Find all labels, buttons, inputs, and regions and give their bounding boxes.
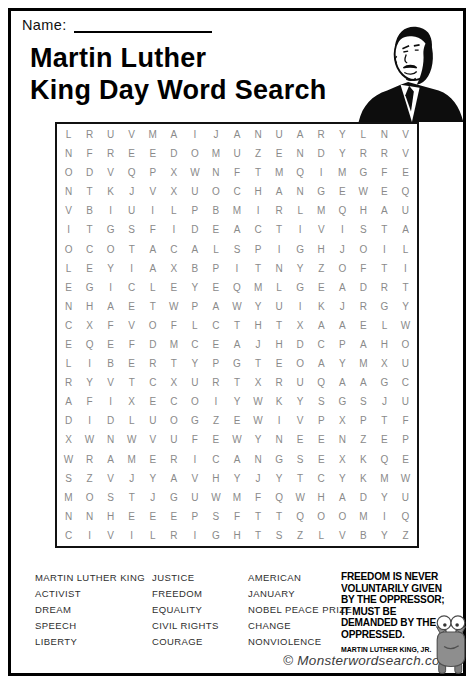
grid-cell-r7c14[interactable]: J xyxy=(332,240,353,259)
grid-cell-r20c1[interactable]: M xyxy=(58,488,79,507)
grid-cell-r22c7[interactable]: I xyxy=(184,526,205,545)
grid-cell-r15c1[interactable]: A xyxy=(58,392,79,411)
grid-cell-r5c1[interactable]: V xyxy=(58,201,79,220)
grid-cell-r3c17[interactable]: E xyxy=(395,163,416,182)
grid-cell-r12c17[interactable]: O xyxy=(395,335,416,354)
grid-cell-r22c3[interactable]: V xyxy=(100,526,121,545)
grid-cell-r13c17[interactable]: U xyxy=(395,354,416,373)
grid-cell-r15c2[interactable]: F xyxy=(79,392,100,411)
grid-cell-r15c4[interactable]: X xyxy=(121,392,142,411)
grid-cell-r9c4[interactable]: C xyxy=(121,278,142,297)
grid-cell-r15c11[interactable]: K xyxy=(269,392,290,411)
grid-cell-r19c3[interactable]: V xyxy=(100,469,121,488)
grid-cell-r11c16[interactable]: L xyxy=(374,316,395,335)
grid-cell-r11c14[interactable]: A xyxy=(332,316,353,335)
grid-cell-r2c2[interactable]: F xyxy=(79,144,100,163)
grid-cell-r19c10[interactable]: J xyxy=(248,469,269,488)
grid-cell-r2c1[interactable]: N xyxy=(58,144,79,163)
grid-cell-r19c5[interactable]: Y xyxy=(142,469,163,488)
grid-cell-r13c5[interactable]: R xyxy=(142,354,163,373)
grid-cell-r8c12[interactable]: Y xyxy=(290,259,311,278)
grid-cell-r2c6[interactable]: D xyxy=(163,144,184,163)
grid-cell-r22c15[interactable]: B xyxy=(353,526,374,545)
grid-cell-r5c3[interactable]: I xyxy=(100,201,121,220)
grid-cell-r13c6[interactable]: T xyxy=(163,354,184,373)
grid-cell-r6c11[interactable]: T xyxy=(269,220,290,239)
grid-cell-r18c12[interactable]: S xyxy=(290,450,311,469)
grid-cell-r22c10[interactable]: T xyxy=(248,526,269,545)
grid-cell-r5c11[interactable]: R xyxy=(269,201,290,220)
grid-cell-r19c16[interactable]: M xyxy=(374,469,395,488)
grid-cell-r1c14[interactable]: Y xyxy=(332,125,353,144)
grid-cell-r22c13[interactable]: L xyxy=(311,526,332,545)
grid-cell-r10c7[interactable]: P xyxy=(184,297,205,316)
grid-cell-r11c17[interactable]: W xyxy=(395,316,416,335)
grid-cell-r21c6[interactable]: E xyxy=(163,507,184,526)
grid-cell-r16c6[interactable]: O xyxy=(163,411,184,430)
grid-cell-r16c16[interactable]: T xyxy=(374,411,395,430)
grid-cell-r21c1[interactable]: N xyxy=(58,507,79,526)
grid-cell-r10c10[interactable]: Y xyxy=(248,297,269,316)
grid-cell-r10c13[interactable]: K xyxy=(311,297,332,316)
grid-cell-r21c11[interactable]: T xyxy=(269,507,290,526)
grid-cell-r17c1[interactable]: X xyxy=(58,430,79,449)
grid-cell-r19c13[interactable]: C xyxy=(311,469,332,488)
grid-cell-r7c1[interactable]: O xyxy=(58,240,79,259)
grid-cell-r19c17[interactable]: W xyxy=(395,469,416,488)
grid-cell-r17c9[interactable]: W xyxy=(226,430,247,449)
grid-cell-r14c10[interactable]: X xyxy=(248,373,269,392)
grid-cell-r6c6[interactable]: I xyxy=(163,220,184,239)
grid-cell-r7c2[interactable]: C xyxy=(79,240,100,259)
grid-cell-r18c10[interactable]: N xyxy=(248,450,269,469)
grid-cell-r9c3[interactable]: I xyxy=(100,278,121,297)
grid-cell-r4c4[interactable]: J xyxy=(121,182,142,201)
grid-cell-r2c9[interactable]: U xyxy=(226,144,247,163)
grid-cell-r14c1[interactable]: R xyxy=(58,373,79,392)
grid-cell-r19c14[interactable]: Y xyxy=(332,469,353,488)
grid-cell-r12c7[interactable]: C xyxy=(184,335,205,354)
grid-cell-r15c9[interactable]: Y xyxy=(226,392,247,411)
grid-cell-r18c4[interactable]: M xyxy=(121,450,142,469)
grid-cell-r4c7[interactable]: U xyxy=(184,182,205,201)
grid-cell-r12c1[interactable]: E xyxy=(58,335,79,354)
grid-cell-r9c14[interactable]: A xyxy=(332,278,353,297)
grid-cell-r21c3[interactable]: H xyxy=(100,507,121,526)
grid-cell-r2c4[interactable]: E xyxy=(121,144,142,163)
grid-cell-r1c7[interactable]: I xyxy=(184,125,205,144)
grid-cell-r6c5[interactable]: F xyxy=(142,220,163,239)
grid-cell-r8c4[interactable]: I xyxy=(121,259,142,278)
grid-cell-r8c2[interactable]: E xyxy=(79,259,100,278)
grid-cell-r12c15[interactable]: A xyxy=(353,335,374,354)
grid-cell-r8c5[interactable]: A xyxy=(142,259,163,278)
grid-cell-r9c10[interactable]: M xyxy=(248,278,269,297)
grid-cell-r15c6[interactable]: C xyxy=(163,392,184,411)
grid-cell-r6c1[interactable]: I xyxy=(58,220,79,239)
grid-cell-r6c7[interactable]: D xyxy=(184,220,205,239)
grid-cell-r14c16[interactable]: G xyxy=(374,373,395,392)
grid-cell-r9c17[interactable]: T xyxy=(395,278,416,297)
grid-cell-r10c12[interactable]: I xyxy=(290,297,311,316)
grid-cell-r3c14[interactable]: M xyxy=(332,163,353,182)
grid-cell-r2c13[interactable]: D xyxy=(311,144,332,163)
grid-cell-r17c6[interactable]: U xyxy=(163,430,184,449)
grid-cell-r12c6[interactable]: M xyxy=(163,335,184,354)
grid-cell-r20c2[interactable]: O xyxy=(79,488,100,507)
grid-cell-r9c15[interactable]: D xyxy=(353,278,374,297)
grid-cell-r6c9[interactable]: A xyxy=(226,220,247,239)
grid-cell-r9c11[interactable]: L xyxy=(269,278,290,297)
grid-cell-r1c12[interactable]: A xyxy=(290,125,311,144)
grid-cell-r15c12[interactable]: Y xyxy=(290,392,311,411)
grid-cell-r15c17[interactable]: U xyxy=(395,392,416,411)
grid-cell-r12c10[interactable]: J xyxy=(248,335,269,354)
grid-cell-r1c3[interactable]: U xyxy=(100,125,121,144)
grid-cell-r13c14[interactable]: Y xyxy=(332,354,353,373)
grid-cell-r6c10[interactable]: C xyxy=(248,220,269,239)
grid-cell-r14c3[interactable]: V xyxy=(100,373,121,392)
grid-cell-r14c4[interactable]: T xyxy=(121,373,142,392)
grid-cell-r2c16[interactable]: R xyxy=(374,144,395,163)
grid-cell-r20c4[interactable]: T xyxy=(121,488,142,507)
grid-cell-r14c5[interactable]: C xyxy=(142,373,163,392)
grid-cell-r16c12[interactable]: V xyxy=(290,411,311,430)
grid-cell-r20c17[interactable]: U xyxy=(395,488,416,507)
grid-cell-r11c6[interactable]: F xyxy=(163,316,184,335)
grid-cell-r15c15[interactable]: S xyxy=(353,392,374,411)
grid-cell-r21c7[interactable]: P xyxy=(184,507,205,526)
grid-cell-r1c6[interactable]: A xyxy=(163,125,184,144)
grid-cell-r7c8[interactable]: L xyxy=(205,240,226,259)
grid-cell-r2c8[interactable]: M xyxy=(205,144,226,163)
grid-cell-r16c2[interactable]: I xyxy=(79,411,100,430)
grid-cell-r18c6[interactable]: R xyxy=(163,450,184,469)
grid-cell-r21c5[interactable]: E xyxy=(142,507,163,526)
grid-cell-r20c14[interactable]: A xyxy=(332,488,353,507)
grid-cell-r21c14[interactable]: O xyxy=(332,507,353,526)
grid-cell-r3c12[interactable]: Q xyxy=(290,163,311,182)
grid-cell-r5c14[interactable]: Q xyxy=(332,201,353,220)
grid-cell-r15c5[interactable]: E xyxy=(142,392,163,411)
grid-cell-r14c2[interactable]: Y xyxy=(79,373,100,392)
grid-cell-r19c9[interactable]: Y xyxy=(226,469,247,488)
grid-cell-r16c3[interactable]: D xyxy=(100,411,121,430)
grid-cell-r1c4[interactable]: V xyxy=(121,125,142,144)
grid-cell-r15c10[interactable]: W xyxy=(248,392,269,411)
grid-cell-r9c9[interactable]: Q xyxy=(226,278,247,297)
grid-cell-r19c11[interactable]: Y xyxy=(269,469,290,488)
grid-cell-r11c10[interactable]: H xyxy=(248,316,269,335)
grid-cell-r22c16[interactable]: Y xyxy=(374,526,395,545)
grid-cell-r2c5[interactable]: E xyxy=(142,144,163,163)
grid-cell-r1c8[interactable]: J xyxy=(205,125,226,144)
grid-cell-r14c7[interactable]: U xyxy=(184,373,205,392)
grid-cell-r8c17[interactable]: I xyxy=(395,259,416,278)
grid-cell-r20c5[interactable]: J xyxy=(142,488,163,507)
grid-cell-r8c14[interactable]: O xyxy=(332,259,353,278)
grid-cell-r8c13[interactable]: Z xyxy=(311,259,332,278)
grid-cell-r17c3[interactable]: N xyxy=(100,430,121,449)
grid-cell-r7c9[interactable]: S xyxy=(226,240,247,259)
grid-cell-r20c13[interactable]: H xyxy=(311,488,332,507)
grid-cell-r4c11[interactable]: A xyxy=(269,182,290,201)
grid-cell-r13c7[interactable]: Y xyxy=(184,354,205,373)
grid-cell-r7c10[interactable]: P xyxy=(248,240,269,259)
grid-cell-r2c17[interactable]: V xyxy=(395,144,416,163)
grid-cell-r22c14[interactable]: V xyxy=(332,526,353,545)
grid-cell-r17c17[interactable]: P xyxy=(395,430,416,449)
grid-cell-r13c2[interactable]: I xyxy=(79,354,100,373)
grid-cell-r16c9[interactable]: E xyxy=(226,411,247,430)
grid-cell-r3c11[interactable]: M xyxy=(269,163,290,182)
grid-cell-r21c4[interactable]: E xyxy=(121,507,142,526)
grid-cell-r11c8[interactable]: C xyxy=(205,316,226,335)
grid-cell-r16c1[interactable]: D xyxy=(58,411,79,430)
grid-cell-r3c3[interactable]: V xyxy=(100,163,121,182)
grid-cell-r1c1[interactable]: L xyxy=(58,125,79,144)
grid-cell-r1c10[interactable]: N xyxy=(248,125,269,144)
grid-cell-r6c14[interactable]: I xyxy=(332,220,353,239)
grid-cell-r3c5[interactable]: P xyxy=(142,163,163,182)
grid-cell-r3c1[interactable]: O xyxy=(58,163,79,182)
grid-cell-r21c12[interactable]: Q xyxy=(290,507,311,526)
grid-cell-r15c13[interactable]: S xyxy=(311,392,332,411)
grid-cell-r12c4[interactable]: F xyxy=(121,335,142,354)
grid-cell-r22c9[interactable]: H xyxy=(226,526,247,545)
grid-cell-r20c15[interactable]: D xyxy=(353,488,374,507)
grid-cell-r7c7[interactable]: A xyxy=(184,240,205,259)
grid-cell-r17c7[interactable]: F xyxy=(184,430,205,449)
grid-cell-r14c17[interactable]: C xyxy=(395,373,416,392)
grid-cell-r12c14[interactable]: P xyxy=(332,335,353,354)
grid-cell-r11c13[interactable]: A xyxy=(311,316,332,335)
grid-cell-r6c4[interactable]: S xyxy=(121,220,142,239)
grid-cell-r14c11[interactable]: R xyxy=(269,373,290,392)
grid-cell-r2c11[interactable]: E xyxy=(269,144,290,163)
grid-cell-r7c3[interactable]: O xyxy=(100,240,121,259)
grid-cell-r16c15[interactable]: P xyxy=(353,411,374,430)
grid-cell-r1c9[interactable]: A xyxy=(226,125,247,144)
grid-cell-r8c15[interactable]: F xyxy=(353,259,374,278)
grid-cell-r14c8[interactable]: R xyxy=(205,373,226,392)
grid-cell-r21c2[interactable]: N xyxy=(79,507,100,526)
grid-cell-r5c16[interactable]: A xyxy=(374,201,395,220)
grid-cell-r10c5[interactable]: T xyxy=(142,297,163,316)
grid-cell-r12c3[interactable]: E xyxy=(100,335,121,354)
grid-cell-r10c4[interactable]: E xyxy=(121,297,142,316)
grid-cell-r18c15[interactable]: K xyxy=(353,450,374,469)
grid-cell-r13c16[interactable]: X xyxy=(374,354,395,373)
grid-cell-r22c11[interactable]: S xyxy=(269,526,290,545)
grid-cell-r9c2[interactable]: G xyxy=(79,278,100,297)
grid-cell-r4c3[interactable]: K xyxy=(100,182,121,201)
grid-cell-r13c3[interactable]: B xyxy=(100,354,121,373)
grid-cell-r5c12[interactable]: L xyxy=(290,201,311,220)
grid-cell-r13c9[interactable]: G xyxy=(226,354,247,373)
grid-cell-r13c1[interactable]: L xyxy=(58,354,79,373)
grid-cell-r13c11[interactable]: E xyxy=(269,354,290,373)
grid-cell-r18c3[interactable]: A xyxy=(100,450,121,469)
grid-cell-r12c8[interactable]: E xyxy=(205,335,226,354)
grid-cell-r1c13[interactable]: R xyxy=(311,125,332,144)
grid-cell-r8c9[interactable]: I xyxy=(226,259,247,278)
grid-cell-r19c8[interactable]: H xyxy=(205,469,226,488)
grid-cell-r2c3[interactable]: R xyxy=(100,144,121,163)
grid-cell-r12c16[interactable]: H xyxy=(374,335,395,354)
grid-cell-r1c2[interactable]: R xyxy=(79,125,100,144)
grid-cell-r16c4[interactable]: L xyxy=(121,411,142,430)
grid-cell-r14c13[interactable]: Q xyxy=(311,373,332,392)
grid-cell-r20c3[interactable]: S xyxy=(100,488,121,507)
grid-cell-r7c5[interactable]: A xyxy=(142,240,163,259)
grid-cell-r15c8[interactable]: I xyxy=(205,392,226,411)
name-input-line[interactable] xyxy=(74,16,212,33)
grid-cell-r20c8[interactable]: W xyxy=(205,488,226,507)
grid-cell-r8c11[interactable]: N xyxy=(269,259,290,278)
grid-cell-r19c4[interactable]: J xyxy=(121,469,142,488)
grid-cell-r4c10[interactable]: H xyxy=(248,182,269,201)
grid-cell-r22c5[interactable]: L xyxy=(142,526,163,545)
grid-cell-r10c2[interactable]: H xyxy=(79,297,100,316)
grid-cell-r8c1[interactable]: L xyxy=(58,259,79,278)
grid-cell-r7c4[interactable]: T xyxy=(121,240,142,259)
grid-cell-r19c2[interactable]: Z xyxy=(79,469,100,488)
grid-cell-r1c17[interactable]: V xyxy=(395,125,416,144)
grid-cell-r3c4[interactable]: Q xyxy=(121,163,142,182)
grid-cell-r22c4[interactable]: I xyxy=(121,526,142,545)
grid-cell-r20c9[interactable]: M xyxy=(226,488,247,507)
grid-cell-r15c3[interactable]: I xyxy=(100,392,121,411)
grid-cell-r12c5[interactable]: D xyxy=(142,335,163,354)
grid-cell-r16c17[interactable]: F xyxy=(395,411,416,430)
grid-cell-r11c4[interactable]: V xyxy=(121,316,142,335)
grid-cell-r14c6[interactable]: X xyxy=(163,373,184,392)
grid-cell-r17c5[interactable]: V xyxy=(142,430,163,449)
grid-cell-r3c10[interactable]: T xyxy=(248,163,269,182)
grid-cell-r14c15[interactable]: A xyxy=(353,373,374,392)
grid-cell-r9c12[interactable]: G xyxy=(290,278,311,297)
grid-cell-r5c17[interactable]: U xyxy=(395,201,416,220)
grid-cell-r5c8[interactable]: B xyxy=(205,201,226,220)
grid-cell-r1c5[interactable]: M xyxy=(142,125,163,144)
grid-cell-r19c12[interactable]: T xyxy=(290,469,311,488)
grid-cell-r22c1[interactable]: C xyxy=(58,526,79,545)
grid-cell-r2c7[interactable]: O xyxy=(184,144,205,163)
grid-cell-r22c17[interactable]: Z xyxy=(395,526,416,545)
grid-cell-r6c17[interactable]: A xyxy=(395,220,416,239)
grid-cell-r11c12[interactable]: X xyxy=(290,316,311,335)
grid-cell-r4c17[interactable]: Q xyxy=(395,182,416,201)
grid-cell-r3c13[interactable]: I xyxy=(311,163,332,182)
grid-cell-r15c14[interactable]: G xyxy=(332,392,353,411)
grid-cell-r10c16[interactable]: G xyxy=(374,297,395,316)
grid-cell-r7c15[interactable]: O xyxy=(353,240,374,259)
grid-cell-r12c2[interactable]: Q xyxy=(79,335,100,354)
grid-cell-r13c4[interactable]: E xyxy=(121,354,142,373)
grid-cell-r9c7[interactable]: Y xyxy=(184,278,205,297)
grid-cell-r20c7[interactable]: U xyxy=(184,488,205,507)
grid-cell-r14c14[interactable]: A xyxy=(332,373,353,392)
grid-cell-r18c17[interactable]: E xyxy=(395,450,416,469)
grid-cell-r10c15[interactable]: R xyxy=(353,297,374,316)
grid-cell-r6c15[interactable]: S xyxy=(353,220,374,239)
grid-cell-r17c12[interactable]: E xyxy=(290,430,311,449)
grid-cell-r4c16[interactable]: E xyxy=(374,182,395,201)
grid-cell-r12c9[interactable]: A xyxy=(226,335,247,354)
grid-cell-r14c9[interactable]: T xyxy=(226,373,247,392)
grid-cell-r17c8[interactable]: E xyxy=(205,430,226,449)
grid-cell-r18c13[interactable]: E xyxy=(311,450,332,469)
grid-cell-r17c2[interactable]: W xyxy=(79,430,100,449)
grid-cell-r18c5[interactable]: E xyxy=(142,450,163,469)
grid-cell-r16c8[interactable]: Z xyxy=(205,411,226,430)
grid-cell-r4c1[interactable]: N xyxy=(58,182,79,201)
grid-cell-r11c3[interactable]: F xyxy=(100,316,121,335)
grid-cell-r2c15[interactable]: R xyxy=(353,144,374,163)
grid-cell-r18c7[interactable]: I xyxy=(184,450,205,469)
grid-cell-r20c10[interactable]: F xyxy=(248,488,269,507)
grid-cell-r22c8[interactable]: G xyxy=(205,526,226,545)
grid-cell-r11c5[interactable]: O xyxy=(142,316,163,335)
grid-cell-r9c16[interactable]: R xyxy=(374,278,395,297)
grid-cell-r10c14[interactable]: J xyxy=(332,297,353,316)
grid-cell-r17c4[interactable]: W xyxy=(121,430,142,449)
grid-cell-r22c12[interactable]: Z xyxy=(290,526,311,545)
grid-cell-r17c16[interactable]: E xyxy=(374,430,395,449)
grid-cell-r1c11[interactable]: U xyxy=(269,125,290,144)
grid-cell-r7c16[interactable]: I xyxy=(374,240,395,259)
grid-cell-r3c15[interactable]: G xyxy=(353,163,374,182)
grid-cell-r5c13[interactable]: M xyxy=(311,201,332,220)
grid-cell-r6c8[interactable]: E xyxy=(205,220,226,239)
grid-cell-r20c12[interactable]: W xyxy=(290,488,311,507)
grid-cell-r18c2[interactable]: R xyxy=(79,450,100,469)
grid-cell-r8c6[interactable]: X xyxy=(163,259,184,278)
grid-cell-r3c16[interactable]: F xyxy=(374,163,395,182)
grid-cell-r11c1[interactable]: C xyxy=(58,316,79,335)
grid-cell-r17c15[interactable]: Z xyxy=(353,430,374,449)
grid-cell-r17c13[interactable]: E xyxy=(311,430,332,449)
grid-cell-r4c6[interactable]: X xyxy=(163,182,184,201)
grid-cell-r6c2[interactable]: T xyxy=(79,220,100,239)
grid-cell-r13c8[interactable]: P xyxy=(205,354,226,373)
grid-cell-r20c16[interactable]: Y xyxy=(374,488,395,507)
grid-cell-r8c10[interactable]: T xyxy=(248,259,269,278)
grid-cell-r5c6[interactable]: L xyxy=(163,201,184,220)
grid-cell-r5c15[interactable]: H xyxy=(353,201,374,220)
grid-cell-r3c2[interactable]: D xyxy=(79,163,100,182)
grid-cell-r8c8[interactable]: P xyxy=(205,259,226,278)
grid-cell-r4c15[interactable]: W xyxy=(353,182,374,201)
grid-cell-r16c10[interactable]: W xyxy=(248,411,269,430)
grid-cell-r5c9[interactable]: M xyxy=(226,201,247,220)
grid-cell-r18c1[interactable]: W xyxy=(58,450,79,469)
grid-cell-r21c10[interactable]: T xyxy=(248,507,269,526)
grid-cell-r9c13[interactable]: E xyxy=(311,278,332,297)
grid-cell-r21c8[interactable]: S xyxy=(205,507,226,526)
grid-cell-r7c6[interactable]: C xyxy=(163,240,184,259)
grid-cell-r10c11[interactable]: U xyxy=(269,297,290,316)
grid-cell-r15c16[interactable]: J xyxy=(374,392,395,411)
grid-cell-r17c11[interactable]: N xyxy=(269,430,290,449)
grid-cell-r10c6[interactable]: W xyxy=(163,297,184,316)
grid-cell-r21c9[interactable]: F xyxy=(226,507,247,526)
grid-cell-r11c2[interactable]: X xyxy=(79,316,100,335)
grid-cell-r11c7[interactable]: L xyxy=(184,316,205,335)
grid-cell-r18c11[interactable]: G xyxy=(269,450,290,469)
grid-cell-r5c4[interactable]: U xyxy=(121,201,142,220)
